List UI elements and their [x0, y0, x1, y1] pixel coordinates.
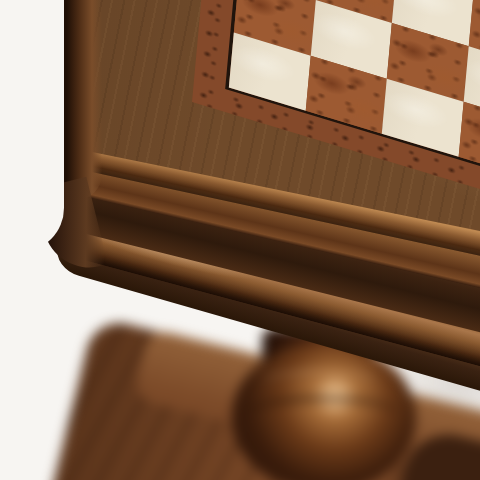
- carved-left-edge: [62, 0, 102, 200]
- background-bottom-left: [0, 245, 34, 480]
- chess-table-photo: [0, 0, 480, 480]
- background-left: [0, 0, 64, 252]
- pedestal-ring-highlight: [260, 370, 378, 396]
- pedestal-ring: [248, 396, 398, 431]
- board-square: [458, 101, 480, 179]
